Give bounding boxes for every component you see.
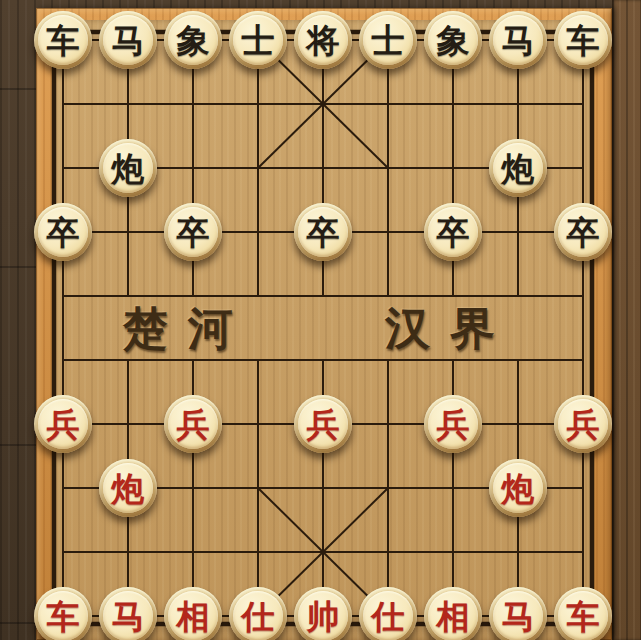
piece-red-advisor[interactable]: 仕 (229, 587, 287, 640)
piece-face: 马 (103, 15, 153, 65)
piece-face: 卒 (428, 207, 478, 257)
piece-glyph: 卒 (307, 216, 340, 249)
piece-glyph: 车 (567, 24, 600, 57)
piece-red-chariot[interactable]: 车 (554, 587, 612, 640)
piece-face: 相 (168, 591, 218, 640)
piece-glyph: 兵 (437, 408, 470, 441)
piece-face: 炮 (103, 143, 153, 193)
piece-face: 兵 (168, 399, 218, 449)
piece-glyph: 马 (502, 24, 535, 57)
piece-black-elephant[interactable]: 象 (424, 11, 482, 69)
piece-face: 车 (558, 15, 608, 65)
piece-glyph: 仕 (372, 600, 405, 633)
piece-face: 仕 (233, 591, 283, 640)
piece-black-cannon[interactable]: 炮 (99, 139, 157, 197)
piece-red-advisor[interactable]: 仕 (359, 587, 417, 640)
piece-face: 将 (298, 15, 348, 65)
piece-red-horse[interactable]: 马 (489, 587, 547, 640)
piece-black-elephant[interactable]: 象 (164, 11, 222, 69)
piece-glyph: 帅 (307, 600, 340, 633)
piece-black-general[interactable]: 将 (294, 11, 352, 69)
piece-face: 兵 (558, 399, 608, 449)
piece-face: 兵 (298, 399, 348, 449)
piece-face: 相 (428, 591, 478, 640)
piece-glyph: 相 (177, 600, 210, 633)
piece-red-soldier[interactable]: 兵 (554, 395, 612, 453)
piece-red-soldier[interactable]: 兵 (164, 395, 222, 453)
piece-face: 象 (168, 15, 218, 65)
piece-face: 卒 (168, 207, 218, 257)
piece-face: 卒 (558, 207, 608, 257)
piece-face: 车 (558, 591, 608, 640)
piece-glyph: 炮 (112, 152, 145, 185)
piece-black-advisor[interactable]: 士 (359, 11, 417, 69)
piece-glyph: 卒 (47, 216, 80, 249)
piece-red-chariot[interactable]: 车 (34, 587, 92, 640)
piece-glyph: 士 (372, 24, 405, 57)
piece-glyph: 马 (502, 600, 535, 633)
piece-black-soldier[interactable]: 卒 (554, 203, 612, 261)
piece-red-cannon[interactable]: 炮 (489, 459, 547, 517)
piece-black-horse[interactable]: 马 (99, 11, 157, 69)
piece-face: 卒 (38, 207, 88, 257)
piece-face: 卒 (298, 207, 348, 257)
piece-face: 帅 (298, 591, 348, 640)
piece-glyph: 马 (112, 600, 145, 633)
table-wood-right-plank (612, 0, 641, 640)
piece-glyph: 兵 (567, 408, 600, 441)
piece-glyph: 卒 (177, 216, 210, 249)
piece-face: 炮 (103, 463, 153, 513)
piece-face: 炮 (493, 143, 543, 193)
piece-black-horse[interactable]: 马 (489, 11, 547, 69)
piece-glyph: 兵 (307, 408, 340, 441)
piece-glyph: 兵 (47, 408, 80, 441)
xiangqi-game-screen: 楚河 汉界 车马象士将士象马车炮炮卒卒卒卒卒兵兵兵兵兵炮炮车马相仕帅仕相马车 (0, 0, 641, 640)
piece-face: 士 (233, 15, 283, 65)
river-label-han-jie: 汉界 (385, 306, 515, 351)
piece-red-elephant[interactable]: 相 (424, 587, 482, 640)
piece-red-cannon[interactable]: 炮 (99, 459, 157, 517)
piece-glyph: 车 (47, 600, 80, 633)
piece-face: 仕 (363, 591, 413, 640)
piece-face: 车 (38, 15, 88, 65)
piece-face: 士 (363, 15, 413, 65)
piece-glyph: 将 (307, 24, 340, 57)
piece-red-soldier[interactable]: 兵 (34, 395, 92, 453)
piece-glyph: 仕 (242, 600, 275, 633)
piece-black-soldier[interactable]: 卒 (164, 203, 222, 261)
piece-glyph: 车 (567, 600, 600, 633)
piece-red-elephant[interactable]: 相 (164, 587, 222, 640)
piece-face: 炮 (493, 463, 543, 513)
river-label-chu-he: 楚河 (123, 306, 253, 351)
piece-red-soldier[interactable]: 兵 (294, 395, 352, 453)
piece-glyph: 士 (242, 24, 275, 57)
piece-black-soldier[interactable]: 卒 (294, 203, 352, 261)
piece-face: 车 (38, 591, 88, 640)
piece-black-chariot[interactable]: 车 (34, 11, 92, 69)
piece-glyph: 卒 (437, 216, 470, 249)
piece-face: 马 (493, 15, 543, 65)
piece-glyph: 象 (437, 24, 470, 57)
piece-red-horse[interactable]: 马 (99, 587, 157, 640)
piece-black-advisor[interactable]: 士 (229, 11, 287, 69)
piece-black-cannon[interactable]: 炮 (489, 139, 547, 197)
piece-face: 兵 (428, 399, 478, 449)
piece-glyph: 炮 (502, 152, 535, 185)
piece-glyph: 车 (47, 24, 80, 57)
piece-face: 兵 (38, 399, 88, 449)
piece-face: 象 (428, 15, 478, 65)
piece-glyph: 炮 (112, 472, 145, 505)
piece-black-soldier[interactable]: 卒 (424, 203, 482, 261)
piece-glyph: 卒 (567, 216, 600, 249)
piece-red-general[interactable]: 帅 (294, 587, 352, 640)
piece-red-soldier[interactable]: 兵 (424, 395, 482, 453)
piece-face: 马 (103, 591, 153, 640)
piece-glyph: 炮 (502, 472, 535, 505)
piece-face: 马 (493, 591, 543, 640)
piece-glyph: 象 (177, 24, 210, 57)
piece-black-chariot[interactable]: 车 (554, 11, 612, 69)
piece-glyph: 马 (112, 24, 145, 57)
piece-glyph: 相 (437, 600, 470, 633)
piece-glyph: 兵 (177, 408, 210, 441)
piece-black-soldier[interactable]: 卒 (34, 203, 92, 261)
